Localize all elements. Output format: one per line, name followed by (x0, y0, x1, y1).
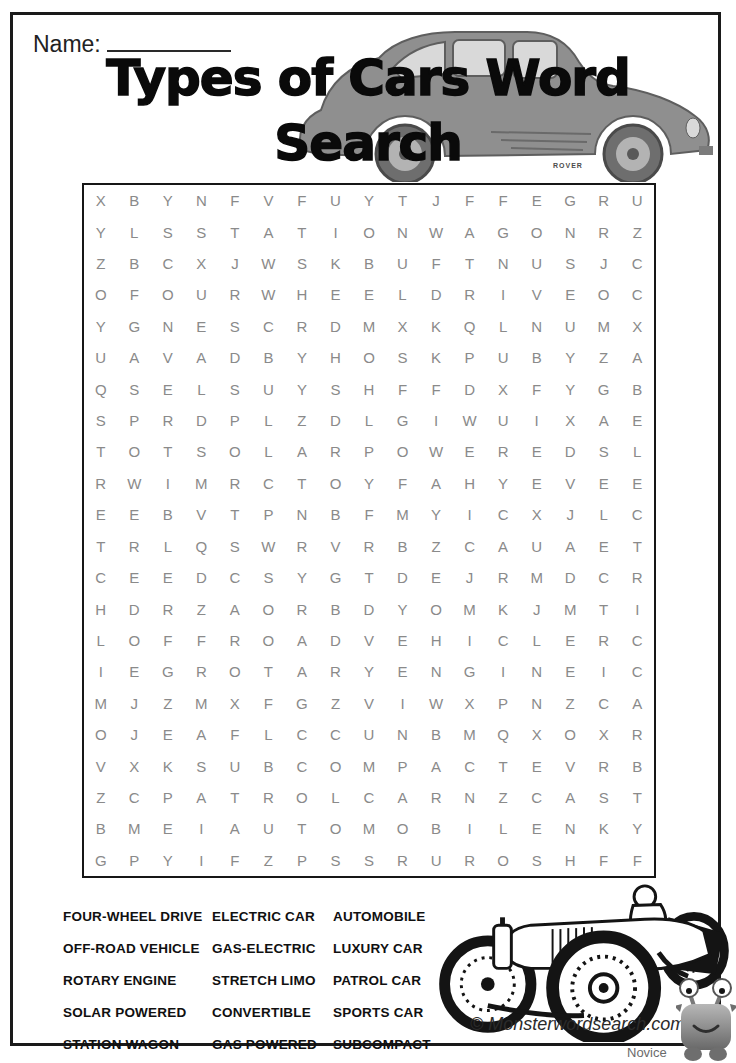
grid-cell[interactable]: X (118, 750, 152, 781)
grid-cell[interactable]: X (520, 719, 554, 750)
grid-cell[interactable]: R (118, 530, 152, 561)
grid-cell[interactable]: Y (285, 342, 319, 373)
grid-cell[interactable]: Z (84, 248, 118, 279)
grid-cell[interactable]: P (453, 342, 487, 373)
grid-cell[interactable]: S (587, 436, 621, 467)
grid-cell[interactable]: D (319, 405, 353, 436)
grid-cell[interactable]: M (118, 813, 152, 844)
grid-cell[interactable]: S (285, 248, 319, 279)
grid-cell[interactable]: Z (185, 593, 219, 624)
grid-cell[interactable]: Z (151, 688, 185, 719)
grid-cell[interactable]: I (486, 279, 520, 310)
grid-cell[interactable]: E (151, 813, 185, 844)
grid-cell[interactable]: T (252, 656, 286, 687)
grid-cell[interactable]: V (319, 530, 353, 561)
grid-cell[interactable]: C (620, 656, 654, 687)
grid-cell[interactable]: S (352, 845, 386, 876)
grid-cell[interactable]: R (587, 216, 621, 247)
grid-cell[interactable]: L (620, 436, 654, 467)
grid-cell[interactable]: A (118, 342, 152, 373)
grid-cell[interactable]: A (587, 405, 621, 436)
grid-cell[interactable]: D (352, 593, 386, 624)
grid-cell[interactable]: J (587, 248, 621, 279)
grid-cell[interactable]: C (486, 625, 520, 656)
grid-cell[interactable]: H (319, 342, 353, 373)
grid-cell[interactable]: M (520, 562, 554, 593)
grid-cell[interactable]: D (553, 436, 587, 467)
grid-cell[interactable]: N (185, 185, 219, 216)
grid-cell[interactable]: E (151, 373, 185, 404)
grid-cell[interactable]: H (285, 279, 319, 310)
grid-cell[interactable]: F (185, 625, 219, 656)
grid-cell[interactable]: D (185, 405, 219, 436)
grid-cell[interactable]: N (419, 656, 453, 687)
grid-cell[interactable]: U (520, 530, 554, 561)
grid-cell[interactable]: U (252, 813, 286, 844)
grid-cell[interactable]: R (587, 750, 621, 781)
grid-cell[interactable]: E (520, 436, 554, 467)
grid-cell[interactable]: J (118, 719, 152, 750)
grid-cell[interactable]: U (185, 279, 219, 310)
grid-cell[interactable]: R (486, 562, 520, 593)
grid-cell[interactable]: Y (84, 311, 118, 342)
grid-cell[interactable]: Q (486, 719, 520, 750)
grid-cell[interactable]: F (151, 625, 185, 656)
grid-cell[interactable]: C (252, 468, 286, 499)
grid-cell[interactable]: T (285, 813, 319, 844)
grid-cell[interactable]: F (520, 373, 554, 404)
grid-cell[interactable]: E (553, 656, 587, 687)
grid-cell[interactable]: P (218, 405, 252, 436)
grid-cell[interactable]: Q (453, 311, 487, 342)
grid-cell[interactable]: A (486, 530, 520, 561)
grid-cell[interactable]: D (185, 562, 219, 593)
grid-cell[interactable]: A (285, 625, 319, 656)
grid-cell[interactable]: I (453, 625, 487, 656)
grid-cell[interactable]: U (419, 845, 453, 876)
grid-cell[interactable]: W (419, 436, 453, 467)
grid-cell[interactable]: E (84, 499, 118, 530)
grid-cell[interactable]: W (453, 405, 487, 436)
grid-cell[interactable]: A (185, 719, 219, 750)
grid-cell[interactable]: V (520, 279, 554, 310)
grid-cell[interactable]: N (520, 688, 554, 719)
grid-cell[interactable]: O (84, 719, 118, 750)
grid-cell[interactable]: E (185, 311, 219, 342)
grid-cell[interactable]: C (218, 562, 252, 593)
grid-cell[interactable]: E (151, 719, 185, 750)
grid-cell[interactable]: Z (620, 216, 654, 247)
grid-cell[interactable]: M (185, 688, 219, 719)
grid-cell[interactable]: Y (386, 593, 420, 624)
grid-cell[interactable]: P (118, 405, 152, 436)
grid-cell[interactable]: Z (84, 782, 118, 813)
grid-cell[interactable]: F (587, 845, 621, 876)
grid-cell[interactable]: I (386, 688, 420, 719)
grid-cell[interactable]: C (118, 782, 152, 813)
grid-cell[interactable]: E (587, 530, 621, 561)
grid-cell[interactable]: H (453, 468, 487, 499)
grid-cell[interactable]: F (620, 845, 654, 876)
grid-cell[interactable]: T (620, 530, 654, 561)
grid-cell[interactable]: C (285, 750, 319, 781)
grid-cell[interactable]: D (553, 562, 587, 593)
grid-cell[interactable]: I (185, 845, 219, 876)
grid-cell[interactable]: D (386, 562, 420, 593)
grid-cell[interactable]: B (319, 499, 353, 530)
grid-cell[interactable]: A (285, 656, 319, 687)
grid-cell[interactable]: L (319, 782, 353, 813)
grid-cell[interactable]: P (352, 436, 386, 467)
grid-cell[interactable]: E (520, 185, 554, 216)
grid-cell[interactable]: X (520, 499, 554, 530)
grid-cell[interactable]: T (285, 216, 319, 247)
grid-cell[interactable]: L (151, 530, 185, 561)
grid-cell[interactable]: X (453, 688, 487, 719)
grid-cell[interactable]: Y (620, 813, 654, 844)
grid-cell[interactable]: M (553, 593, 587, 624)
grid-cell[interactable]: G (386, 405, 420, 436)
grid-cell[interactable]: K (419, 342, 453, 373)
grid-cell[interactable]: U (352, 719, 386, 750)
grid-cell[interactable]: N (486, 248, 520, 279)
grid-cell[interactable]: A (185, 342, 219, 373)
grid-cell[interactable]: I (587, 656, 621, 687)
grid-cell[interactable]: O (386, 436, 420, 467)
grid-cell[interactable]: B (118, 185, 152, 216)
grid-cell[interactable]: E (118, 562, 152, 593)
grid-cell[interactable]: C (453, 750, 487, 781)
grid-cell[interactable]: B (419, 813, 453, 844)
grid-cell[interactable]: R (587, 625, 621, 656)
grid-cell[interactable]: E (453, 436, 487, 467)
grid-cell[interactable]: Y (352, 656, 386, 687)
grid-cell[interactable]: C (620, 499, 654, 530)
grid-cell[interactable]: E (151, 562, 185, 593)
grid-cell[interactable]: R (386, 845, 420, 876)
grid-cell[interactable]: L (84, 625, 118, 656)
grid-cell[interactable]: O (118, 436, 152, 467)
grid-cell[interactable]: J (453, 562, 487, 593)
grid-cell[interactable]: R (319, 436, 353, 467)
grid-cell[interactable]: O (218, 656, 252, 687)
grid-cell[interactable]: K (587, 813, 621, 844)
grid-cell[interactable]: L (486, 813, 520, 844)
grid-cell[interactable]: F (419, 373, 453, 404)
grid-cell[interactable]: V (352, 625, 386, 656)
grid-cell[interactable]: Y (352, 185, 386, 216)
grid-cell[interactable]: M (587, 311, 621, 342)
grid-cell[interactable]: E (620, 468, 654, 499)
grid-cell[interactable]: G (453, 656, 487, 687)
grid-cell[interactable]: G (285, 688, 319, 719)
grid-cell[interactable]: X (553, 405, 587, 436)
grid-cell[interactable]: S (520, 845, 554, 876)
grid-cell[interactable]: P (252, 499, 286, 530)
grid-cell[interactable]: P (486, 688, 520, 719)
grid-cell[interactable]: C (620, 625, 654, 656)
grid-cell[interactable]: F (218, 185, 252, 216)
grid-cell[interactable]: I (620, 593, 654, 624)
grid-cell[interactable]: A (185, 782, 219, 813)
grid-cell[interactable]: C (620, 279, 654, 310)
grid-cell[interactable]: G (319, 562, 353, 593)
grid-cell[interactable]: E (118, 499, 152, 530)
grid-cell[interactable]: F (386, 468, 420, 499)
grid-cell[interactable]: W (252, 279, 286, 310)
grid-cell[interactable]: Z (319, 688, 353, 719)
grid-cell[interactable]: F (218, 719, 252, 750)
grid-cell[interactable]: M (386, 499, 420, 530)
grid-cell[interactable]: U (252, 373, 286, 404)
grid-cell[interactable]: D (319, 311, 353, 342)
grid-cell[interactable]: F (486, 185, 520, 216)
grid-cell[interactable]: Y (84, 216, 118, 247)
grid-cell[interactable]: R (285, 311, 319, 342)
grid-cell[interactable]: C (252, 311, 286, 342)
grid-cell[interactable]: F (285, 185, 319, 216)
grid-cell[interactable]: Y (285, 562, 319, 593)
grid-cell[interactable]: M (453, 719, 487, 750)
grid-cell[interactable]: F (419, 248, 453, 279)
grid-cell[interactable]: E (553, 625, 587, 656)
grid-cell[interactable]: I (319, 216, 353, 247)
grid-cell[interactable]: K (319, 248, 353, 279)
grid-cell[interactable]: Y (553, 373, 587, 404)
grid-cell[interactable]: U (386, 248, 420, 279)
grid-cell[interactable]: R (453, 279, 487, 310)
grid-cell[interactable]: Z (587, 342, 621, 373)
grid-cell[interactable]: A (620, 342, 654, 373)
grid-cell[interactable]: C (520, 782, 554, 813)
grid-cell[interactable]: B (352, 248, 386, 279)
grid-cell[interactable]: O (419, 593, 453, 624)
grid-cell[interactable]: B (252, 750, 286, 781)
grid-cell[interactable]: D (319, 625, 353, 656)
grid-cell[interactable]: V (352, 688, 386, 719)
grid-cell[interactable]: I (419, 405, 453, 436)
grid-cell[interactable]: L (252, 719, 286, 750)
grid-cell[interactable]: A (285, 436, 319, 467)
grid-cell[interactable]: T (151, 436, 185, 467)
grid-cell[interactable]: L (520, 625, 554, 656)
grid-cell[interactable]: Y (419, 499, 453, 530)
grid-cell[interactable]: O (151, 279, 185, 310)
grid-cell[interactable]: R (319, 656, 353, 687)
grid-cell[interactable]: P (118, 845, 152, 876)
grid-cell[interactable]: L (252, 436, 286, 467)
grid-cell[interactable]: C (587, 688, 621, 719)
grid-cell[interactable]: S (319, 845, 353, 876)
grid-cell[interactable]: O (520, 216, 554, 247)
grid-cell[interactable]: T (486, 750, 520, 781)
grid-cell[interactable]: R (84, 468, 118, 499)
grid-cell[interactable]: G (553, 185, 587, 216)
grid-cell[interactable]: I (84, 656, 118, 687)
grid-cell[interactable]: A (419, 750, 453, 781)
grid-cell[interactable]: M (185, 468, 219, 499)
grid-cell[interactable]: A (386, 782, 420, 813)
grid-cell[interactable]: R (218, 625, 252, 656)
grid-cell[interactable]: Z (419, 530, 453, 561)
grid-cell[interactable]: R (419, 782, 453, 813)
grid-cell[interactable]: L (118, 216, 152, 247)
grid-cell[interactable]: X (587, 719, 621, 750)
grid-cell[interactable]: K (151, 750, 185, 781)
grid-cell[interactable]: Q (84, 373, 118, 404)
grid-cell[interactable]: S (587, 782, 621, 813)
grid-cell[interactable]: N (520, 656, 554, 687)
grid-cell[interactable]: O (352, 342, 386, 373)
grid-cell[interactable]: T (285, 468, 319, 499)
grid-cell[interactable]: I (453, 499, 487, 530)
grid-cell[interactable]: E (587, 468, 621, 499)
grid-cell[interactable]: R (352, 530, 386, 561)
grid-cell[interactable]: P (386, 750, 420, 781)
grid-cell[interactable]: E (520, 813, 554, 844)
grid-cell[interactable]: R (285, 593, 319, 624)
grid-cell[interactable]: Y (553, 342, 587, 373)
grid-cell[interactable]: H (553, 845, 587, 876)
grid-cell[interactable]: L (352, 405, 386, 436)
grid-cell[interactable]: O (319, 468, 353, 499)
grid-cell[interactable]: E (319, 279, 353, 310)
grid-cell[interactable]: F (352, 499, 386, 530)
grid-cell[interactable]: J (520, 593, 554, 624)
grid-cell[interactable]: B (620, 373, 654, 404)
grid-cell[interactable]: R (620, 719, 654, 750)
grid-cell[interactable]: H (352, 373, 386, 404)
grid-cell[interactable]: O (587, 279, 621, 310)
grid-cell[interactable]: S (218, 373, 252, 404)
grid-cell[interactable]: T (84, 530, 118, 561)
grid-cell[interactable]: V (84, 750, 118, 781)
grid-cell[interactable]: A (553, 782, 587, 813)
grid-cell[interactable]: D (453, 373, 487, 404)
grid-cell[interactable]: E (386, 625, 420, 656)
grid-cell[interactable]: V (553, 750, 587, 781)
grid-cell[interactable]: B (118, 248, 152, 279)
grid-cell[interactable]: N (386, 719, 420, 750)
grid-cell[interactable]: F (453, 185, 487, 216)
grid-cell[interactable]: Y (285, 373, 319, 404)
grid-cell[interactable]: A (553, 530, 587, 561)
grid-cell[interactable]: S (185, 216, 219, 247)
grid-cell[interactable]: B (151, 499, 185, 530)
grid-cell[interactable]: S (553, 248, 587, 279)
grid-cell[interactable]: C (486, 499, 520, 530)
grid-cell[interactable]: M (352, 813, 386, 844)
grid-cell[interactable]: S (252, 562, 286, 593)
grid-cell[interactable]: D (419, 279, 453, 310)
grid-cell[interactable]: B (84, 813, 118, 844)
grid-cell[interactable]: R (285, 530, 319, 561)
grid-cell[interactable]: T (386, 185, 420, 216)
grid-cell[interactable]: O (319, 813, 353, 844)
grid-cell[interactable]: I (486, 656, 520, 687)
grid-cell[interactable]: W (118, 468, 152, 499)
grid-cell[interactable]: X (185, 248, 219, 279)
grid-cell[interactable]: K (486, 593, 520, 624)
grid-cell[interactable]: N (553, 216, 587, 247)
grid-cell[interactable]: C (151, 248, 185, 279)
grid-cell[interactable]: T (453, 248, 487, 279)
grid-cell[interactable]: R (151, 593, 185, 624)
grid-cell[interactable]: P (151, 782, 185, 813)
grid-cell[interactable]: C (84, 562, 118, 593)
grid-cell[interactable]: Y (151, 845, 185, 876)
grid-cell[interactable]: T (352, 562, 386, 593)
grid-cell[interactable]: O (252, 625, 286, 656)
grid-cell[interactable]: V (151, 342, 185, 373)
grid-cell[interactable]: A (453, 216, 487, 247)
grid-cell[interactable]: R (587, 185, 621, 216)
grid-cell[interactable]: Z (486, 782, 520, 813)
grid-cell[interactable]: C (620, 248, 654, 279)
grid-cell[interactable]: T (620, 782, 654, 813)
grid-cell[interactable]: E (620, 405, 654, 436)
grid-cell[interactable]: W (419, 688, 453, 719)
grid-cell[interactable]: Z (553, 688, 587, 719)
grid-cell[interactable]: G (151, 656, 185, 687)
grid-cell[interactable]: E (352, 279, 386, 310)
grid-cell[interactable]: C (587, 562, 621, 593)
grid-cell[interactable]: Y (352, 468, 386, 499)
grid-cell[interactable]: U (620, 185, 654, 216)
grid-cell[interactable]: R (218, 468, 252, 499)
grid-cell[interactable]: R (151, 405, 185, 436)
grid-cell[interactable]: S (118, 373, 152, 404)
grid-cell[interactable]: N (520, 311, 554, 342)
grid-cell[interactable]: E (386, 656, 420, 687)
grid-cell[interactable]: L (185, 373, 219, 404)
grid-cell[interactable]: V (185, 499, 219, 530)
grid-cell[interactable]: W (252, 530, 286, 561)
grid-cell[interactable]: S (386, 342, 420, 373)
grid-cell[interactable]: W (419, 216, 453, 247)
grid-cell[interactable]: E (520, 468, 554, 499)
grid-cell[interactable]: U (520, 248, 554, 279)
grid-cell[interactable]: I (151, 468, 185, 499)
grid-cell[interactable]: T (218, 216, 252, 247)
grid-cell[interactable]: H (84, 593, 118, 624)
grid-cell[interactable]: L (486, 311, 520, 342)
grid-cell[interactable]: B (319, 593, 353, 624)
grid-cell[interactable]: X (620, 311, 654, 342)
grid-cell[interactable]: A (218, 813, 252, 844)
grid-cell[interactable]: G (84, 845, 118, 876)
grid-cell[interactable]: W (252, 248, 286, 279)
grid-cell[interactable]: F (252, 688, 286, 719)
grid-cell[interactable]: U (486, 342, 520, 373)
grid-cell[interactable]: U (84, 342, 118, 373)
grid-cell[interactable]: F (386, 373, 420, 404)
grid-cell[interactable]: G (486, 216, 520, 247)
grid-cell[interactable]: L (386, 279, 420, 310)
grid-cell[interactable]: O (218, 436, 252, 467)
grid-cell[interactable]: N (151, 311, 185, 342)
grid-cell[interactable]: B (520, 342, 554, 373)
grid-cell[interactable]: M (84, 688, 118, 719)
grid-cell[interactable]: C (285, 719, 319, 750)
grid-cell[interactable]: O (285, 782, 319, 813)
grid-cell[interactable]: O (386, 813, 420, 844)
grid-cell[interactable]: J (419, 185, 453, 216)
grid-cell[interactable]: B (620, 750, 654, 781)
grid-cell[interactable]: G (118, 311, 152, 342)
grid-cell[interactable]: M (352, 750, 386, 781)
grid-cell[interactable]: U (218, 750, 252, 781)
